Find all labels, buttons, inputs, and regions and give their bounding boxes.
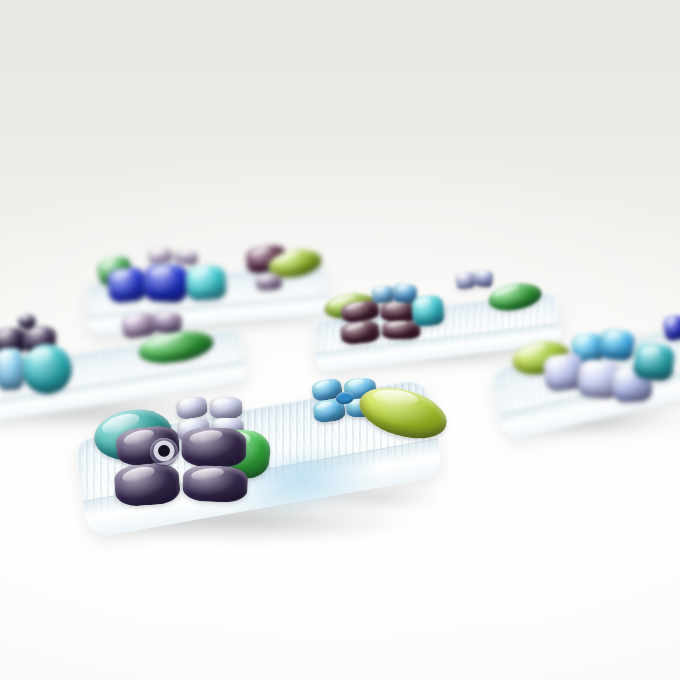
glass-flower-bead xyxy=(113,424,252,507)
photo-stage xyxy=(0,0,680,680)
flower-petal xyxy=(113,462,181,507)
flower-petal xyxy=(209,396,242,419)
flower-petal xyxy=(182,464,248,502)
glass-piece-front xyxy=(0,0,680,680)
flower-center-bead xyxy=(150,438,178,466)
flower-petal xyxy=(181,427,247,467)
flower-petal xyxy=(175,395,209,420)
